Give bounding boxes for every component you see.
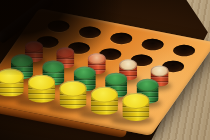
- photo-scene: [0, 0, 210, 140]
- yellow-disc-stack[interactable]: [28, 74, 55, 102]
- disc-top: [105, 73, 127, 86]
- disc-top: [56, 47, 74, 58]
- disc-top: [0, 68, 23, 84]
- disc-top: [137, 79, 159, 92]
- disc-top: [151, 65, 169, 76]
- disc-top: [91, 87, 118, 103]
- yellow-disc-stack[interactable]: [122, 93, 149, 121]
- disc-top: [28, 74, 55, 90]
- disc-top: [42, 61, 64, 74]
- empty-hole: [44, 18, 72, 33]
- empty-hole: [107, 31, 135, 46]
- empty-hole: [170, 43, 198, 58]
- disc-top: [88, 53, 106, 64]
- disc-top: [74, 67, 96, 80]
- empty-hole: [75, 25, 103, 40]
- disc-top: [119, 59, 137, 70]
- yellow-disc-stack[interactable]: [59, 80, 86, 108]
- yellow-disc-stack[interactable]: [0, 68, 23, 96]
- disc-top: [122, 93, 149, 109]
- yellow-disc-stack[interactable]: [91, 87, 118, 115]
- disc-top: [11, 54, 33, 67]
- empty-hole: [138, 37, 166, 52]
- disc-top: [59, 80, 86, 96]
- disc-top: [25, 41, 43, 52]
